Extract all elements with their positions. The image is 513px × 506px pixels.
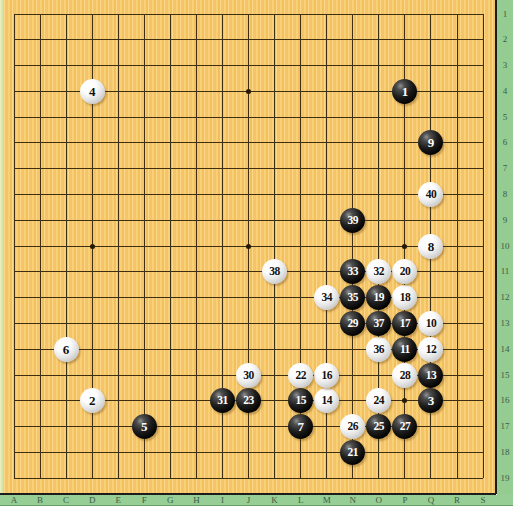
column-label-P: P	[397, 495, 413, 505]
row-label-1: 1	[497, 9, 513, 19]
stone-black-5: 5	[132, 414, 157, 439]
column-label-C: C	[58, 495, 74, 505]
grid-line-horizontal	[14, 478, 483, 479]
grid-line-vertical	[352, 14, 353, 478]
star-point	[402, 244, 407, 249]
row-label-8: 8	[497, 189, 513, 199]
go-kifu-diagram: 1234567891011121314151617181920212223242…	[0, 0, 513, 506]
stone-black-1: 1	[392, 79, 417, 104]
stone-white-16: 16	[314, 363, 339, 388]
stone-white-36: 36	[366, 337, 391, 362]
stone-white-22: 22	[288, 363, 313, 388]
row-label-6: 6	[497, 137, 513, 147]
column-label-L: L	[293, 495, 309, 505]
stone-white-6: 6	[54, 337, 79, 362]
grid-line-vertical	[483, 14, 484, 478]
row-label-19: 19	[497, 473, 513, 483]
row-label-5: 5	[497, 112, 513, 122]
stone-black-13: 13	[418, 363, 443, 388]
stone-black-19: 19	[366, 285, 391, 310]
column-label-A: A	[6, 495, 22, 505]
stone-black-17: 17	[392, 311, 417, 336]
row-label-2: 2	[497, 34, 513, 44]
stone-white-10: 10	[418, 311, 443, 336]
star-point	[246, 244, 251, 249]
star-point	[90, 244, 95, 249]
stone-black-39: 39	[340, 208, 365, 233]
row-label-15: 15	[497, 370, 513, 380]
stone-black-31: 31	[210, 388, 235, 413]
stone-white-2: 2	[80, 388, 105, 413]
column-label-Q: Q	[423, 495, 439, 505]
row-label-3: 3	[497, 60, 513, 70]
stone-black-11: 11	[392, 337, 417, 362]
column-label-G: G	[162, 495, 178, 505]
stone-white-14: 14	[314, 388, 339, 413]
grid-line-vertical	[457, 14, 458, 478]
stone-black-23: 23	[236, 388, 261, 413]
column-label-I: I	[214, 495, 230, 505]
stone-black-27: 27	[392, 414, 417, 439]
stone-white-26: 26	[340, 414, 365, 439]
grid-line-horizontal	[14, 452, 483, 453]
grid-line-vertical	[274, 14, 275, 478]
column-label-H: H	[188, 495, 204, 505]
stone-white-40: 40	[418, 182, 443, 207]
column-label-R: R	[449, 495, 465, 505]
row-label-13: 13	[497, 318, 513, 328]
stone-black-7: 7	[288, 414, 313, 439]
column-label-M: M	[319, 495, 335, 505]
column-label-E: E	[110, 495, 126, 505]
row-label-4: 4	[497, 86, 513, 96]
stone-white-18: 18	[392, 285, 417, 310]
row-label-16: 16	[497, 395, 513, 405]
star-point	[246, 89, 251, 94]
row-label-18: 18	[497, 447, 513, 457]
column-label-S: S	[475, 495, 491, 505]
stone-black-3: 3	[418, 388, 443, 413]
column-label-F: F	[136, 495, 152, 505]
stone-black-35: 35	[340, 285, 365, 310]
stone-white-24: 24	[366, 388, 391, 413]
row-label-9: 9	[497, 215, 513, 225]
row-label-12: 12	[497, 292, 513, 302]
stone-white-12: 12	[418, 337, 443, 362]
column-label-N: N	[345, 495, 361, 505]
row-label-10: 10	[497, 241, 513, 251]
stone-white-28: 28	[392, 363, 417, 388]
column-label-O: O	[371, 495, 387, 505]
row-label-17: 17	[497, 421, 513, 431]
row-label-14: 14	[497, 344, 513, 354]
column-label-J: J	[241, 495, 257, 505]
row-label-7: 7	[497, 163, 513, 173]
stone-white-20: 20	[392, 259, 417, 284]
stone-white-38: 38	[262, 259, 287, 284]
column-label-D: D	[84, 495, 100, 505]
stone-white-34: 34	[314, 285, 339, 310]
stone-black-29: 29	[340, 311, 365, 336]
stone-white-30: 30	[236, 363, 261, 388]
stone-black-21: 21	[340, 440, 365, 465]
stone-black-33: 33	[340, 259, 365, 284]
stone-black-9: 9	[418, 130, 443, 155]
star-point	[402, 398, 407, 403]
stone-white-32: 32	[366, 259, 391, 284]
go-board[interactable]: 1234567891011121314151617181920212223242…	[0, 0, 513, 506]
stone-white-8: 8	[418, 234, 443, 259]
stone-white-4: 4	[80, 79, 105, 104]
stone-black-37: 37	[366, 311, 391, 336]
stone-black-15: 15	[288, 388, 313, 413]
column-label-B: B	[32, 495, 48, 505]
stone-black-25: 25	[366, 414, 391, 439]
row-label-11: 11	[497, 266, 513, 276]
column-label-K: K	[267, 495, 283, 505]
